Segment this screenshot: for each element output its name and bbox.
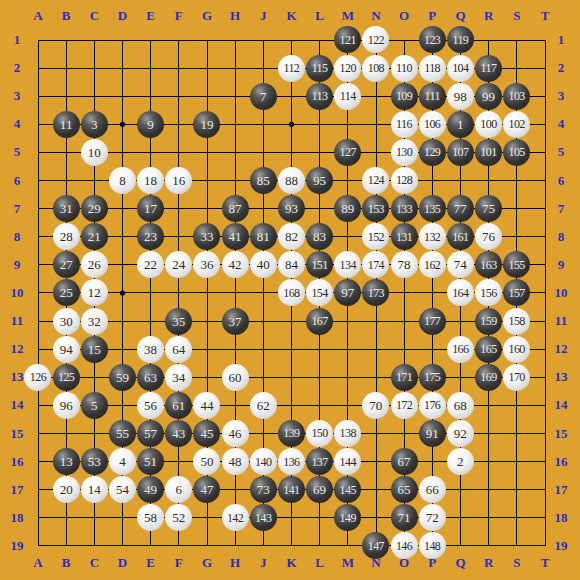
intersection-J13[interactable] xyxy=(249,363,277,391)
intersection-M7[interactable]: 89 xyxy=(334,195,362,223)
intersection-N2[interactable]: 108 xyxy=(362,54,390,82)
intersection-E15[interactable]: 57 xyxy=(137,419,165,447)
intersection-B1[interactable] xyxy=(52,26,80,54)
intersection-K6[interactable]: 88 xyxy=(277,166,305,194)
intersection-R3[interactable]: 99 xyxy=(474,82,502,110)
intersection-B15[interactable] xyxy=(52,419,80,447)
intersection-M15[interactable]: 138 xyxy=(334,419,362,447)
intersection-G6[interactable] xyxy=(193,166,221,194)
intersection-N8[interactable]: 152 xyxy=(362,223,390,251)
intersection-P1[interactable]: 123 xyxy=(418,26,446,54)
intersection-S18[interactable] xyxy=(503,504,531,532)
intersection-M8[interactable] xyxy=(334,223,362,251)
intersection-J8[interactable]: 81 xyxy=(249,223,277,251)
intersection-B9[interactable]: 27 xyxy=(52,251,80,279)
intersection-S11[interactable]: 158 xyxy=(503,307,531,335)
intersection-A15[interactable] xyxy=(24,419,52,447)
intersection-C5[interactable]: 10 xyxy=(80,138,108,166)
intersection-B17[interactable]: 20 xyxy=(52,476,80,504)
intersection-P7[interactable]: 135 xyxy=(418,195,446,223)
intersection-F6[interactable]: 16 xyxy=(165,166,193,194)
intersection-F13[interactable]: 34 xyxy=(165,363,193,391)
intersection-Q8[interactable]: 161 xyxy=(446,223,474,251)
intersection-O18[interactable]: 71 xyxy=(390,504,418,532)
intersection-O8[interactable]: 131 xyxy=(390,223,418,251)
intersection-S14[interactable] xyxy=(503,391,531,419)
intersection-D6[interactable]: 8 xyxy=(108,166,136,194)
intersection-J5[interactable] xyxy=(249,138,277,166)
intersection-H6[interactable] xyxy=(221,166,249,194)
intersection-K12[interactable] xyxy=(277,335,305,363)
intersection-L18[interactable] xyxy=(305,504,333,532)
intersection-C2[interactable] xyxy=(80,54,108,82)
intersection-K5[interactable] xyxy=(277,138,305,166)
intersection-J16[interactable]: 140 xyxy=(249,448,277,476)
intersection-S6[interactable] xyxy=(503,166,531,194)
intersection-C14[interactable]: 5 xyxy=(80,391,108,419)
intersection-Q4[interactable]: 1 xyxy=(446,110,474,138)
intersection-G12[interactable] xyxy=(193,335,221,363)
intersection-G16[interactable]: 50 xyxy=(193,448,221,476)
intersection-J9[interactable]: 40 xyxy=(249,251,277,279)
intersection-A18[interactable] xyxy=(24,504,52,532)
intersection-K16[interactable]: 136 xyxy=(277,448,305,476)
intersection-O14[interactable]: 172 xyxy=(390,391,418,419)
intersection-K17[interactable]: 141 xyxy=(277,476,305,504)
intersection-B2[interactable] xyxy=(52,54,80,82)
intersection-L16[interactable]: 137 xyxy=(305,448,333,476)
intersection-K14[interactable] xyxy=(277,391,305,419)
intersection-S5[interactable]: 105 xyxy=(503,138,531,166)
intersection-R1[interactable] xyxy=(474,26,502,54)
intersection-O15[interactable] xyxy=(390,419,418,447)
intersection-O17[interactable]: 65 xyxy=(390,476,418,504)
intersection-B14[interactable]: 96 xyxy=(52,391,80,419)
intersection-F14[interactable]: 61 xyxy=(165,391,193,419)
intersection-D18[interactable] xyxy=(108,504,136,532)
intersection-D16[interactable]: 4 xyxy=(108,448,136,476)
intersection-J10[interactable] xyxy=(249,279,277,307)
intersection-N14[interactable]: 70 xyxy=(362,391,390,419)
intersection-J7[interactable] xyxy=(249,195,277,223)
intersection-H15[interactable]: 46 xyxy=(221,419,249,447)
intersection-P18[interactable]: 72 xyxy=(418,504,446,532)
intersection-P8[interactable]: 132 xyxy=(418,223,446,251)
intersection-C7[interactable]: 29 xyxy=(80,195,108,223)
intersection-L11[interactable]: 167 xyxy=(305,307,333,335)
intersection-D9[interactable] xyxy=(108,251,136,279)
intersection-Q17[interactable] xyxy=(446,476,474,504)
intersection-R18[interactable] xyxy=(474,504,502,532)
intersection-S17[interactable] xyxy=(503,476,531,504)
intersection-O11[interactable] xyxy=(390,307,418,335)
intersection-G17[interactable]: 47 xyxy=(193,476,221,504)
intersection-T2[interactable] xyxy=(531,54,559,82)
intersection-O5[interactable]: 130 xyxy=(390,138,418,166)
intersection-O7[interactable]: 133 xyxy=(390,195,418,223)
intersection-M16[interactable]: 144 xyxy=(334,448,362,476)
intersection-L12[interactable] xyxy=(305,335,333,363)
intersection-N3[interactable] xyxy=(362,82,390,110)
intersection-F16[interactable] xyxy=(165,448,193,476)
intersection-G5[interactable] xyxy=(193,138,221,166)
intersection-T5[interactable] xyxy=(531,138,559,166)
intersection-N13[interactable] xyxy=(362,363,390,391)
intersection-S4[interactable]: 102 xyxy=(503,110,531,138)
intersection-O16[interactable]: 67 xyxy=(390,448,418,476)
intersection-J6[interactable]: 85 xyxy=(249,166,277,194)
intersection-Q9[interactable]: 74 xyxy=(446,251,474,279)
intersection-T1[interactable] xyxy=(531,26,559,54)
intersection-R17[interactable] xyxy=(474,476,502,504)
intersection-P10[interactable] xyxy=(418,279,446,307)
intersection-S13[interactable]: 170 xyxy=(503,363,531,391)
intersection-T9[interactable] xyxy=(531,251,559,279)
intersection-N15[interactable] xyxy=(362,419,390,447)
intersection-C16[interactable]: 53 xyxy=(80,448,108,476)
intersection-R15[interactable] xyxy=(474,419,502,447)
intersection-G1[interactable] xyxy=(193,26,221,54)
intersection-D17[interactable]: 54 xyxy=(108,476,136,504)
intersection-F8[interactable] xyxy=(165,223,193,251)
intersection-K18[interactable] xyxy=(277,504,305,532)
intersection-N10[interactable]: 173 xyxy=(362,279,390,307)
intersection-N11[interactable] xyxy=(362,307,390,335)
intersection-S8[interactable] xyxy=(503,223,531,251)
intersection-O13[interactable]: 171 xyxy=(390,363,418,391)
intersection-K13[interactable] xyxy=(277,363,305,391)
intersection-S2[interactable] xyxy=(503,54,531,82)
intersection-J17[interactable]: 73 xyxy=(249,476,277,504)
intersection-R16[interactable] xyxy=(474,448,502,476)
intersection-F17[interactable]: 6 xyxy=(165,476,193,504)
intersection-J2[interactable] xyxy=(249,54,277,82)
intersection-R14[interactable] xyxy=(474,391,502,419)
intersection-P3[interactable]: 111 xyxy=(418,82,446,110)
intersection-A11[interactable] xyxy=(24,307,52,335)
intersection-Q1[interactable]: 119 xyxy=(446,26,474,54)
intersection-P11[interactable]: 177 xyxy=(418,307,446,335)
intersection-O2[interactable]: 110 xyxy=(390,54,418,82)
intersection-C17[interactable]: 14 xyxy=(80,476,108,504)
intersection-O9[interactable]: 78 xyxy=(390,251,418,279)
intersection-J11[interactable] xyxy=(249,307,277,335)
intersection-M14[interactable] xyxy=(334,391,362,419)
intersection-D2[interactable] xyxy=(108,54,136,82)
intersection-K9[interactable]: 84 xyxy=(277,251,305,279)
intersection-A6[interactable] xyxy=(24,166,52,194)
intersection-P13[interactable]: 175 xyxy=(418,363,446,391)
intersection-P2[interactable]: 118 xyxy=(418,54,446,82)
intersection-D1[interactable] xyxy=(108,26,136,54)
intersection-R5[interactable]: 101 xyxy=(474,138,502,166)
intersection-D4[interactable] xyxy=(108,110,136,138)
intersection-M17[interactable]: 145 xyxy=(334,476,362,504)
intersection-H10[interactable] xyxy=(221,279,249,307)
intersection-P16[interactable] xyxy=(418,448,446,476)
intersection-H16[interactable]: 48 xyxy=(221,448,249,476)
intersection-N4[interactable] xyxy=(362,110,390,138)
intersection-P14[interactable]: 176 xyxy=(418,391,446,419)
intersection-E16[interactable]: 51 xyxy=(137,448,165,476)
intersection-G3[interactable] xyxy=(193,82,221,110)
intersection-E11[interactable] xyxy=(137,307,165,335)
intersection-L4[interactable] xyxy=(305,110,333,138)
intersection-N5[interactable] xyxy=(362,138,390,166)
intersection-C4[interactable]: 3 xyxy=(80,110,108,138)
intersection-G14[interactable]: 44 xyxy=(193,391,221,419)
intersection-K15[interactable]: 139 xyxy=(277,419,305,447)
intersection-G13[interactable] xyxy=(193,363,221,391)
intersection-K7[interactable]: 93 xyxy=(277,195,305,223)
intersection-M11[interactable] xyxy=(334,307,362,335)
intersection-H17[interactable] xyxy=(221,476,249,504)
intersection-S12[interactable]: 160 xyxy=(503,335,531,363)
intersection-L2[interactable]: 115 xyxy=(305,54,333,82)
intersection-J3[interactable]: 7 xyxy=(249,82,277,110)
intersection-E17[interactable]: 49 xyxy=(137,476,165,504)
intersection-E2[interactable] xyxy=(137,54,165,82)
intersection-N12[interactable] xyxy=(362,335,390,363)
intersection-H9[interactable]: 42 xyxy=(221,251,249,279)
intersection-S9[interactable]: 155 xyxy=(503,251,531,279)
intersection-M2[interactable]: 120 xyxy=(334,54,362,82)
intersection-B5[interactable] xyxy=(52,138,80,166)
intersection-A4[interactable] xyxy=(24,110,52,138)
intersection-G8[interactable]: 33 xyxy=(193,223,221,251)
intersection-M13[interactable] xyxy=(334,363,362,391)
intersection-F15[interactable]: 43 xyxy=(165,419,193,447)
intersection-R10[interactable]: 156 xyxy=(474,279,502,307)
intersection-T6[interactable] xyxy=(531,166,559,194)
intersection-D5[interactable] xyxy=(108,138,136,166)
intersection-E13[interactable]: 63 xyxy=(137,363,165,391)
intersection-H5[interactable] xyxy=(221,138,249,166)
intersection-Q18[interactable] xyxy=(446,504,474,532)
intersection-K2[interactable]: 112 xyxy=(277,54,305,82)
intersection-B10[interactable]: 25 xyxy=(52,279,80,307)
intersection-B8[interactable]: 28 xyxy=(52,223,80,251)
intersection-K10[interactable]: 168 xyxy=(277,279,305,307)
intersection-Q15[interactable]: 92 xyxy=(446,419,474,447)
intersection-S15[interactable] xyxy=(503,419,531,447)
intersection-R7[interactable]: 75 xyxy=(474,195,502,223)
intersection-M4[interactable] xyxy=(334,110,362,138)
intersection-R12[interactable]: 165 xyxy=(474,335,502,363)
intersection-P17[interactable]: 66 xyxy=(418,476,446,504)
intersection-D3[interactable] xyxy=(108,82,136,110)
intersection-R8[interactable]: 76 xyxy=(474,223,502,251)
intersection-G4[interactable]: 19 xyxy=(193,110,221,138)
intersection-L17[interactable]: 69 xyxy=(305,476,333,504)
intersection-D7[interactable] xyxy=(108,195,136,223)
intersection-N7[interactable]: 153 xyxy=(362,195,390,223)
intersection-F10[interactable] xyxy=(165,279,193,307)
intersection-P12[interactable] xyxy=(418,335,446,363)
intersection-A13[interactable]: 126 xyxy=(24,363,52,391)
intersection-A2[interactable] xyxy=(24,54,52,82)
intersection-R13[interactable]: 169 xyxy=(474,363,502,391)
intersection-C1[interactable] xyxy=(80,26,108,54)
intersection-D10[interactable] xyxy=(108,279,136,307)
intersection-L1[interactable] xyxy=(305,26,333,54)
intersection-O6[interactable]: 128 xyxy=(390,166,418,194)
intersection-L6[interactable]: 95 xyxy=(305,166,333,194)
intersection-N18[interactable] xyxy=(362,504,390,532)
intersection-E18[interactable]: 58 xyxy=(137,504,165,532)
intersection-E7[interactable]: 17 xyxy=(137,195,165,223)
intersection-D14[interactable] xyxy=(108,391,136,419)
intersection-E14[interactable]: 56 xyxy=(137,391,165,419)
intersection-L5[interactable] xyxy=(305,138,333,166)
intersection-Q11[interactable] xyxy=(446,307,474,335)
intersection-R9[interactable]: 163 xyxy=(474,251,502,279)
intersection-B4[interactable]: 11 xyxy=(52,110,80,138)
intersection-B16[interactable]: 13 xyxy=(52,448,80,476)
intersection-F12[interactable]: 64 xyxy=(165,335,193,363)
intersection-L15[interactable]: 150 xyxy=(305,419,333,447)
intersection-H1[interactable] xyxy=(221,26,249,54)
intersection-Q16[interactable]: 2 xyxy=(446,448,474,476)
intersection-J14[interactable]: 62 xyxy=(249,391,277,419)
intersection-N9[interactable]: 174 xyxy=(362,251,390,279)
intersection-F4[interactable] xyxy=(165,110,193,138)
intersection-N17[interactable] xyxy=(362,476,390,504)
intersection-L14[interactable] xyxy=(305,391,333,419)
intersection-S1[interactable] xyxy=(503,26,531,54)
intersection-R2[interactable]: 117 xyxy=(474,54,502,82)
intersection-A12[interactable] xyxy=(24,335,52,363)
intersection-K11[interactable] xyxy=(277,307,305,335)
intersection-O12[interactable] xyxy=(390,335,418,363)
intersection-D12[interactable] xyxy=(108,335,136,363)
intersection-J18[interactable]: 143 xyxy=(249,504,277,532)
intersection-H2[interactable] xyxy=(221,54,249,82)
intersection-K3[interactable] xyxy=(277,82,305,110)
intersection-E3[interactable] xyxy=(137,82,165,110)
intersection-C10[interactable]: 12 xyxy=(80,279,108,307)
intersection-F2[interactable] xyxy=(165,54,193,82)
intersection-Q6[interactable] xyxy=(446,166,474,194)
intersection-H7[interactable]: 87 xyxy=(221,195,249,223)
intersection-A9[interactable] xyxy=(24,251,52,279)
intersection-L7[interactable] xyxy=(305,195,333,223)
intersection-C13[interactable] xyxy=(80,363,108,391)
intersection-A10[interactable] xyxy=(24,279,52,307)
intersection-M10[interactable]: 97 xyxy=(334,279,362,307)
intersection-H14[interactable] xyxy=(221,391,249,419)
intersection-E5[interactable] xyxy=(137,138,165,166)
intersection-Q10[interactable]: 164 xyxy=(446,279,474,307)
intersection-D11[interactable] xyxy=(108,307,136,335)
intersection-Q13[interactable] xyxy=(446,363,474,391)
intersection-A5[interactable] xyxy=(24,138,52,166)
intersection-H4[interactable] xyxy=(221,110,249,138)
intersection-C3[interactable] xyxy=(80,82,108,110)
intersection-G10[interactable] xyxy=(193,279,221,307)
intersection-C9[interactable]: 26 xyxy=(80,251,108,279)
intersection-M6[interactable] xyxy=(334,166,362,194)
intersection-M1[interactable]: 121 xyxy=(334,26,362,54)
intersection-M18[interactable]: 149 xyxy=(334,504,362,532)
intersection-N6[interactable]: 124 xyxy=(362,166,390,194)
intersection-N16[interactable] xyxy=(362,448,390,476)
intersection-O10[interactable] xyxy=(390,279,418,307)
intersection-K8[interactable]: 82 xyxy=(277,223,305,251)
intersection-S7[interactable] xyxy=(503,195,531,223)
intersection-T4[interactable] xyxy=(531,110,559,138)
intersection-G2[interactable] xyxy=(193,54,221,82)
intersection-A16[interactable] xyxy=(24,448,52,476)
intersection-S10[interactable]: 157 xyxy=(503,279,531,307)
intersection-M12[interactable] xyxy=(334,335,362,363)
intersection-J1[interactable] xyxy=(249,26,277,54)
intersection-B3[interactable] xyxy=(52,82,80,110)
intersection-B18[interactable] xyxy=(52,504,80,532)
intersection-F1[interactable] xyxy=(165,26,193,54)
intersection-E6[interactable]: 18 xyxy=(137,166,165,194)
intersection-A8[interactable] xyxy=(24,223,52,251)
intersection-Q7[interactable]: 77 xyxy=(446,195,474,223)
intersection-E10[interactable] xyxy=(137,279,165,307)
intersection-L8[interactable]: 83 xyxy=(305,223,333,251)
intersection-O1[interactable] xyxy=(390,26,418,54)
intersection-Q12[interactable]: 166 xyxy=(446,335,474,363)
intersection-F3[interactable] xyxy=(165,82,193,110)
intersection-M9[interactable]: 134 xyxy=(334,251,362,279)
intersection-D13[interactable]: 59 xyxy=(108,363,136,391)
intersection-G18[interactable] xyxy=(193,504,221,532)
intersection-A14[interactable] xyxy=(24,391,52,419)
intersection-F11[interactable]: 35 xyxy=(165,307,193,335)
intersection-E8[interactable]: 23 xyxy=(137,223,165,251)
intersection-E1[interactable] xyxy=(137,26,165,54)
intersection-G7[interactable] xyxy=(193,195,221,223)
intersection-L9[interactable]: 151 xyxy=(305,251,333,279)
intersection-J15[interactable] xyxy=(249,419,277,447)
intersection-T3[interactable] xyxy=(531,82,559,110)
intersection-P6[interactable] xyxy=(418,166,446,194)
intersection-O4[interactable]: 116 xyxy=(390,110,418,138)
intersection-C8[interactable]: 21 xyxy=(80,223,108,251)
intersection-H3[interactable] xyxy=(221,82,249,110)
intersection-H18[interactable]: 142 xyxy=(221,504,249,532)
intersection-Q5[interactable]: 107 xyxy=(446,138,474,166)
intersection-Q3[interactable]: 98 xyxy=(446,82,474,110)
intersection-H13[interactable]: 60 xyxy=(221,363,249,391)
intersection-T8[interactable] xyxy=(531,223,559,251)
intersection-E9[interactable]: 22 xyxy=(137,251,165,279)
intersection-A7[interactable] xyxy=(24,195,52,223)
intersection-H12[interactable] xyxy=(221,335,249,363)
intersection-C18[interactable] xyxy=(80,504,108,532)
intersection-P9[interactable]: 162 xyxy=(418,251,446,279)
intersection-K1[interactable] xyxy=(277,26,305,54)
intersection-M5[interactable]: 127 xyxy=(334,138,362,166)
intersection-D8[interactable] xyxy=(108,223,136,251)
intersection-P4[interactable]: 106 xyxy=(418,110,446,138)
intersection-L10[interactable]: 154 xyxy=(305,279,333,307)
intersection-J12[interactable] xyxy=(249,335,277,363)
intersection-T7[interactable] xyxy=(531,195,559,223)
intersection-A1[interactable] xyxy=(24,26,52,54)
intersection-Q14[interactable]: 68 xyxy=(446,391,474,419)
intersection-C15[interactable] xyxy=(80,419,108,447)
intersection-B7[interactable]: 31 xyxy=(52,195,80,223)
intersection-B13[interactable]: 125 xyxy=(52,363,80,391)
intersection-F18[interactable]: 52 xyxy=(165,504,193,532)
intersection-P15[interactable]: 91 xyxy=(418,419,446,447)
